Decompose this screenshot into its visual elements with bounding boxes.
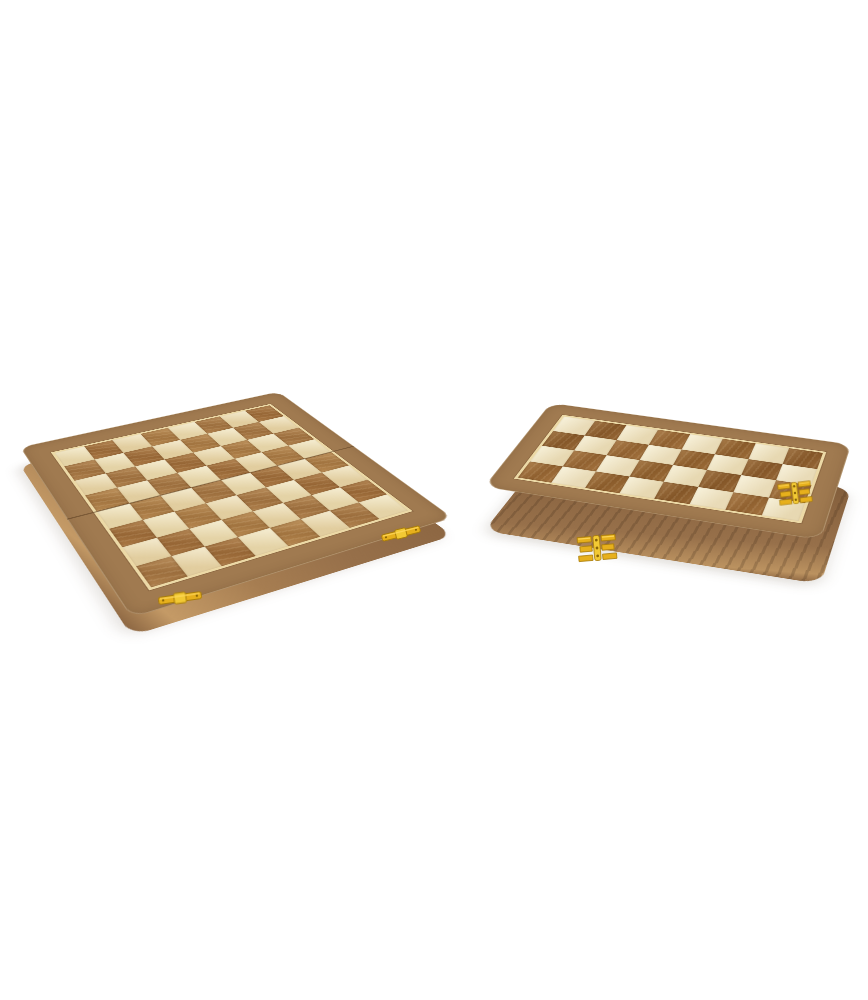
brass-butterfly-hinge-icon — [576, 532, 618, 563]
folded-chessbox — [475, 395, 865, 610]
open-board-top-face — [20, 392, 453, 618]
open-chessboard — [10, 360, 480, 665]
open-board-wood-frame — [20, 392, 453, 618]
brass-butterfly-hinge-icon — [777, 479, 814, 507]
product-photo-canvas — [0, 0, 868, 1000]
